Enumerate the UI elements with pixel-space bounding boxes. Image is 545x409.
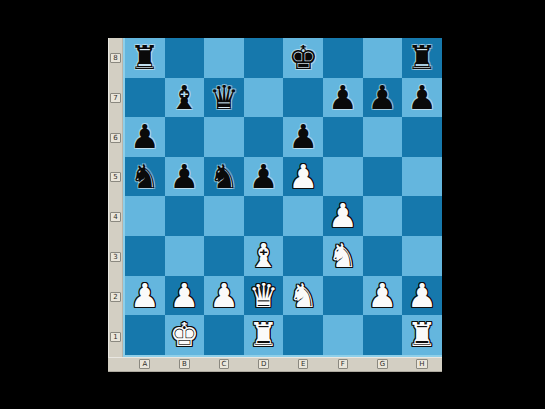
rank-label-1: 1: [110, 332, 120, 342]
square-d6[interactable]: [244, 117, 284, 157]
square-f7[interactable]: ♟: [323, 78, 363, 118]
square-e4[interactable]: [283, 196, 323, 236]
square-b3[interactable]: [165, 236, 205, 276]
square-d5[interactable]: ♟: [244, 157, 284, 197]
piece-black-king[interactable]: ♚: [283, 38, 323, 78]
square-a7[interactable]: [125, 78, 165, 118]
piece-white-knight[interactable]: ♞: [323, 236, 363, 276]
chess-board-squares: ♜♚♜♝♛♟♟♟♟♟♞♟♞♟♟♟♝♞♟♟♟♛♞♟♟♚♜♜: [123, 38, 442, 357]
square-g1[interactable]: [363, 315, 403, 355]
square-f2[interactable]: [323, 276, 363, 316]
piece-white-rook[interactable]: ♜: [402, 315, 442, 355]
square-h3[interactable]: [402, 236, 442, 276]
piece-white-pawn[interactable]: ♟: [402, 276, 442, 316]
piece-black-pawn[interactable]: ♟: [363, 78, 403, 118]
square-c3[interactable]: [204, 236, 244, 276]
piece-white-pawn[interactable]: ♟: [283, 157, 323, 197]
corner-spacer: [108, 357, 125, 372]
square-c4[interactable]: [204, 196, 244, 236]
piece-white-pawn[interactable]: ♟: [323, 196, 363, 236]
square-e8[interactable]: ♚: [283, 38, 323, 78]
square-b1[interactable]: ♚: [165, 315, 205, 355]
rank-label-4: 4: [110, 212, 120, 222]
piece-black-rook[interactable]: ♜: [402, 38, 442, 78]
file-label-a: A: [139, 359, 150, 369]
square-e6[interactable]: ♟: [283, 117, 323, 157]
file-label-g: G: [377, 359, 388, 369]
square-a3[interactable]: [125, 236, 165, 276]
square-g5[interactable]: [363, 157, 403, 197]
piece-white-bishop[interactable]: ♝: [244, 236, 284, 276]
file-label-f: F: [338, 359, 348, 369]
piece-white-knight[interactable]: ♞: [283, 276, 323, 316]
square-a5[interactable]: ♞: [125, 157, 165, 197]
square-d1[interactable]: ♜: [244, 315, 284, 355]
square-f3[interactable]: ♞: [323, 236, 363, 276]
square-h2[interactable]: ♟: [402, 276, 442, 316]
piece-white-pawn[interactable]: ♟: [363, 276, 403, 316]
rank-label-2: 2: [110, 292, 120, 302]
square-g6[interactable]: [363, 117, 403, 157]
piece-black-pawn[interactable]: ♟: [165, 157, 205, 197]
piece-white-king[interactable]: ♚: [165, 315, 205, 355]
square-a4[interactable]: [125, 196, 165, 236]
square-h1[interactable]: ♜: [402, 315, 442, 355]
square-e5[interactable]: ♟: [283, 157, 323, 197]
square-b7[interactable]: ♝: [165, 78, 205, 118]
piece-white-pawn[interactable]: ♟: [165, 276, 205, 316]
square-f4[interactable]: ♟: [323, 196, 363, 236]
square-b4[interactable]: [165, 196, 205, 236]
square-b8[interactable]: [165, 38, 205, 78]
piece-white-pawn[interactable]: ♟: [125, 276, 165, 316]
square-e2[interactable]: ♞: [283, 276, 323, 316]
square-c7[interactable]: ♛: [204, 78, 244, 118]
piece-white-rook[interactable]: ♜: [244, 315, 284, 355]
square-a2[interactable]: ♟: [125, 276, 165, 316]
square-f5[interactable]: [323, 157, 363, 197]
square-d3[interactable]: ♝: [244, 236, 284, 276]
file-label-strip: ABCDEFGH: [108, 357, 442, 372]
piece-black-pawn[interactable]: ♟: [323, 78, 363, 118]
square-c5[interactable]: ♞: [204, 157, 244, 197]
piece-black-rook[interactable]: ♜: [125, 38, 165, 78]
square-e3[interactable]: [283, 236, 323, 276]
square-a8[interactable]: ♜: [125, 38, 165, 78]
piece-black-knight[interactable]: ♞: [125, 157, 165, 197]
square-d7[interactable]: [244, 78, 284, 118]
square-c6[interactable]: [204, 117, 244, 157]
square-h7[interactable]: ♟: [402, 78, 442, 118]
rank-label-8: 8: [110, 53, 120, 63]
square-h6[interactable]: [402, 117, 442, 157]
file-label-b: B: [179, 359, 190, 369]
square-e1[interactable]: [283, 315, 323, 355]
square-f6[interactable]: [323, 117, 363, 157]
square-c1[interactable]: [204, 315, 244, 355]
square-g3[interactable]: [363, 236, 403, 276]
square-e7[interactable]: [283, 78, 323, 118]
file-label-c: C: [219, 359, 230, 369]
square-c8[interactable]: [204, 38, 244, 78]
piece-black-queen[interactable]: ♛: [204, 78, 244, 118]
square-a6[interactable]: ♟: [125, 117, 165, 157]
square-f1[interactable]: [323, 315, 363, 355]
screen-background: 87654321 ABCDEFGH ♜♚♜♝♛♟♟♟♟♟♞♟♞♟♟♟♝♞♟♟♟♛…: [0, 0, 545, 409]
square-d4[interactable]: [244, 196, 284, 236]
piece-white-pawn[interactable]: ♟: [204, 276, 244, 316]
square-d2[interactable]: ♛: [244, 276, 284, 316]
square-g8[interactable]: [363, 38, 403, 78]
piece-black-pawn[interactable]: ♟: [244, 157, 284, 197]
rank-label-7: 7: [110, 93, 120, 103]
piece-black-knight[interactable]: ♞: [204, 157, 244, 197]
square-h5[interactable]: [402, 157, 442, 197]
file-label-d: D: [258, 359, 269, 369]
piece-black-pawn[interactable]: ♟: [283, 117, 323, 157]
square-h4[interactable]: [402, 196, 442, 236]
rank-label-6: 6: [110, 133, 120, 143]
rank-label-3: 3: [110, 252, 120, 262]
square-c2[interactable]: ♟: [204, 276, 244, 316]
piece-white-queen[interactable]: ♛: [244, 276, 284, 316]
rank-label-strip: 87654321: [108, 38, 123, 357]
square-b2[interactable]: ♟: [165, 276, 205, 316]
file-label-h: H: [416, 359, 427, 369]
square-d8[interactable]: [244, 38, 284, 78]
square-a1[interactable]: [125, 315, 165, 355]
square-h8[interactable]: ♜: [402, 38, 442, 78]
piece-black-pawn[interactable]: ♟: [125, 117, 165, 157]
square-g2[interactable]: ♟: [363, 276, 403, 316]
square-g4[interactable]: [363, 196, 403, 236]
square-b5[interactable]: ♟: [165, 157, 205, 197]
square-b6[interactable]: [165, 117, 205, 157]
piece-black-pawn[interactable]: ♟: [402, 78, 442, 118]
square-f8[interactable]: [323, 38, 363, 78]
file-label-e: E: [298, 359, 308, 369]
piece-black-bishop[interactable]: ♝: [165, 78, 205, 118]
rank-label-5: 5: [110, 172, 120, 182]
square-g7[interactable]: ♟: [363, 78, 403, 118]
